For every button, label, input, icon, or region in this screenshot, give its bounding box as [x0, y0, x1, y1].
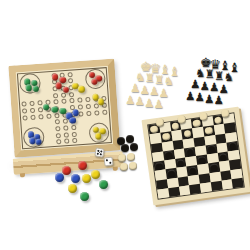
spare-black-checker: [121, 144, 129, 152]
spare-black-checker: [130, 143, 138, 151]
die-pip: [96, 152, 98, 154]
loose-peg-yellow: [82, 174, 91, 183]
spare-light-checker: [129, 162, 137, 170]
die: [103, 156, 113, 166]
loose-peg-green: [80, 192, 89, 201]
spare-light-checker: [120, 163, 128, 171]
spare-black-checker: [126, 135, 134, 143]
die-pip: [109, 161, 111, 163]
loose-peg-yellow: [91, 170, 100, 179]
die-pip: [105, 159, 107, 161]
die-pip: [99, 153, 101, 155]
spare-light-checker: [118, 154, 126, 162]
loose-peg-green: [99, 180, 108, 189]
loose-peg-blue: [55, 173, 64, 182]
loose-peg-yellow: [68, 184, 77, 193]
loose-peg-red: [78, 161, 87, 170]
loose-peg-blue: [71, 174, 80, 183]
loose-peg-red: [62, 166, 71, 175]
die: [94, 147, 104, 157]
games-compendium-photo: ♚♛♝♝♞♜♜♞♟♟♟♟♟♟♟♟ ♚♛♝♝♞♜♜♞♟♟♟♟♟♟♟♟: [0, 0, 250, 250]
spare-light-checker: [127, 153, 135, 161]
loose-pieces-layer: [0, 0, 250, 250]
